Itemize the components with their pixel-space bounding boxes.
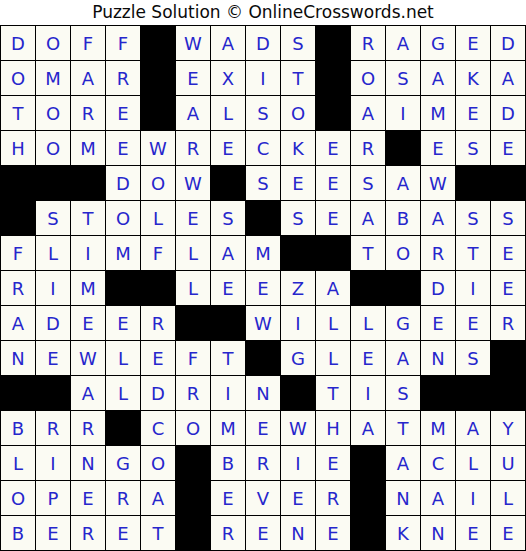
letter-cell-r5c9[interactable]: E [281,166,315,200]
puzzle-solution-page: Puzzle Solution © OnlineCrosswords.net D… [0,0,526,551]
letter-cell-r7c15[interactable]: E [491,236,525,270]
letter-cell-r2c2[interactable]: M [36,61,70,95]
letter-cell-r13c14[interactable]: L [456,446,490,480]
letter-cell-r9c5[interactable]: R [141,306,175,340]
block-cell-r8c5 [141,271,175,305]
letter-cell-r12c7[interactable]: M [211,411,245,445]
letter-cell-r12c12[interactable]: T [386,411,420,445]
block-cell-r14c11 [351,481,385,515]
letter-cell-r15c5[interactable]: T [141,516,175,550]
letter-cell-r14c5[interactable]: A [141,481,175,515]
letter-cell-r4c15[interactable]: E [491,131,525,165]
letter-cell-r15c10[interactable]: E [316,516,350,550]
letter-cell-r13c2[interactable]: I [36,446,70,480]
letter-cell-r2c12[interactable]: S [386,61,420,95]
letter-cell-r7c2[interactable]: L [36,236,70,270]
letter-cell-r14c12[interactable]: N [386,481,420,515]
letter-cell-r6c9[interactable]: S [281,201,315,235]
block-cell-r1c10 [316,26,350,60]
letter-cell-r9c11[interactable]: L [351,306,385,340]
letter-cell-r2c9[interactable]: T [281,61,315,95]
letter-cell-r4c7[interactable]: E [211,131,245,165]
letter-cell-r5c4[interactable]: D [106,166,140,200]
letter-cell-r3c4[interactable]: E [106,96,140,130]
letter-cell-r9c12[interactable]: G [386,306,420,340]
letter-cell-r2c1[interactable]: O [1,61,35,95]
letter-cell-r6c13[interactable]: A [421,201,455,235]
letter-cell-r13c12[interactable]: A [386,446,420,480]
letter-cell-r5c12[interactable]: A [386,166,420,200]
letter-cell-r7c3[interactable]: I [71,236,105,270]
letter-cell-r15c2[interactable]: E [36,516,70,550]
block-cell-r7c9 [281,236,315,270]
letter-cell-r7c5[interactable]: F [141,236,175,270]
letter-cell-r13c10[interactable]: E [316,446,350,480]
letter-cell-r12c13[interactable]: M [421,411,455,445]
block-cell-r8c4 [106,271,140,305]
letter-cell-r10c13[interactable]: N [421,341,455,375]
letter-cell-r14c10[interactable]: R [316,481,350,515]
letter-cell-r11c7[interactable]: I [211,376,245,410]
letter-cell-r9c8[interactable]: W [246,306,280,340]
letter-cell-r15c7[interactable]: R [211,516,245,550]
letter-cell-r6c3[interactable]: T [71,201,105,235]
letter-cell-r6c7[interactable]: S [211,201,245,235]
letter-cell-r12c3[interactable]: R [71,411,105,445]
letter-cell-r13c13[interactable]: C [421,446,455,480]
block-cell-r6c8 [246,201,280,235]
block-cell-r2c10 [316,61,350,95]
letter-cell-r7c4[interactable]: M [106,236,140,270]
letter-cell-r13c9[interactable]: I [281,446,315,480]
letter-cell-r10c12[interactable]: A [386,341,420,375]
letter-cell-r6c5[interactable]: L [141,201,175,235]
letter-cell-r12c6[interactable]: O [176,411,210,445]
letter-cell-r12c9[interactable]: W [281,411,315,445]
letter-cell-r2c15[interactable]: A [491,61,525,95]
letter-cell-r9c13[interactable]: E [421,306,455,340]
letter-cell-r12c2[interactable]: R [36,411,70,445]
letter-cell-r5c13[interactable]: W [421,166,455,200]
letter-cell-r3c15[interactable]: D [491,96,525,130]
letter-cell-r2c11[interactable]: O [351,61,385,95]
letter-cell-r1c7[interactable]: A [211,26,245,60]
letter-cell-r9c14[interactable]: E [456,306,490,340]
letter-cell-r1c3[interactable]: F [71,26,105,60]
letter-cell-r15c8[interactable]: E [246,516,280,550]
letter-cell-r12c14[interactable]: A [456,411,490,445]
letter-cell-r3c9[interactable]: O [281,96,315,130]
letter-cell-r13c3[interactable]: N [71,446,105,480]
block-cell-r4c12 [386,131,420,165]
letter-cell-r14c15[interactable]: L [491,481,525,515]
block-cell-r11c9 [281,376,315,410]
letter-cell-r1c13[interactable]: G [421,26,455,60]
letter-cell-r9c9[interactable]: I [281,306,315,340]
letter-cell-r8c3[interactable]: M [71,271,105,305]
letter-cell-r2c14[interactable]: K [456,61,490,95]
letter-cell-r10c1[interactable]: N [1,341,35,375]
letter-cell-r14c7[interactable]: E [211,481,245,515]
block-cell-r5c15 [491,166,525,200]
letter-cell-r12c1[interactable]: B [1,411,35,445]
letter-cell-r4c6[interactable]: R [176,131,210,165]
letter-cell-r15c12[interactable]: K [386,516,420,550]
block-cell-r5c3 [71,166,105,200]
letter-cell-r1c11[interactable]: R [351,26,385,60]
block-cell-r5c7 [211,166,245,200]
letter-cell-r7c8[interactable]: M [246,236,280,270]
block-cell-r7c10 [316,236,350,270]
letter-cell-r6c14[interactable]: S [456,201,490,235]
block-cell-r14c6 [176,481,210,515]
block-cell-r13c6 [176,446,210,480]
letter-cell-r14c13[interactable]: A [421,481,455,515]
letter-cell-r13c1[interactable]: L [1,446,35,480]
letter-cell-r2c3[interactable]: A [71,61,105,95]
letter-cell-r3c7[interactable]: L [211,96,245,130]
letter-cell-r14c8[interactable]: V [246,481,280,515]
letter-cell-r6c10[interactable]: E [316,201,350,235]
letter-cell-r10c4[interactable]: L [106,341,140,375]
letter-cell-r7c7[interactable]: A [211,236,245,270]
letter-cell-r11c4[interactable]: L [106,376,140,410]
letter-cell-r6c4[interactable]: O [106,201,140,235]
block-cell-r11c1 [1,376,35,410]
letter-cell-r4c9[interactable]: K [281,131,315,165]
letter-cell-r11c8[interactable]: N [246,376,280,410]
letter-cell-r7c11[interactable]: T [351,236,385,270]
letter-cell-r15c3[interactable]: R [71,516,105,550]
letter-cell-r4c3[interactable]: M [71,131,105,165]
letter-cell-r3c2[interactable]: O [36,96,70,130]
letter-cell-r9c4[interactable]: E [106,306,140,340]
letter-cell-r10c3[interactable]: W [71,341,105,375]
letter-cell-r12c11[interactable]: A [351,411,385,445]
letter-cell-r15c1[interactable]: B [1,516,35,550]
letter-cell-r1c12[interactable]: A [386,26,420,60]
letter-cell-r13c8[interactable]: R [246,446,280,480]
block-cell-r8c12 [386,271,420,305]
letter-cell-r14c4[interactable]: R [106,481,140,515]
letter-cell-r15c14[interactable]: E [456,516,490,550]
letter-cell-r11c5[interactable]: D [141,376,175,410]
letter-cell-r1c1[interactable]: D [1,26,35,60]
letter-cell-r7c6[interactable]: L [176,236,210,270]
block-cell-r10c15 [491,341,525,375]
block-cell-r11c14 [456,376,490,410]
letter-cell-r4c14[interactable]: S [456,131,490,165]
letter-cell-r5c8[interactable]: S [246,166,280,200]
letter-cell-r13c7[interactable]: B [211,446,245,480]
letter-cell-r6c2[interactable]: S [36,201,70,235]
block-cell-r10c8 [246,341,280,375]
letter-cell-r4c10[interactable]: E [316,131,350,165]
block-cell-r2c5 [141,61,175,95]
letter-cell-r14c9[interactable]: E [281,481,315,515]
block-cell-r5c14 [456,166,490,200]
block-cell-r8c11 [351,271,385,305]
letter-cell-r9c15[interactable]: R [491,306,525,340]
letter-cell-r10c14[interactable]: S [456,341,490,375]
letter-cell-r8c8[interactable]: E [246,271,280,305]
block-cell-r3c5 [141,96,175,130]
block-cell-r3c10 [316,96,350,130]
letter-cell-r13c5[interactable]: O [141,446,175,480]
letter-cell-r10c7[interactable]: T [211,341,245,375]
letter-cell-r7c14[interactable]: T [456,236,490,270]
letter-cell-r15c4[interactable]: E [106,516,140,550]
crossword-grid: DOFFWADSRAGEDOMAREXITOSAKATOREALSOAIMEDH… [0,25,526,551]
letter-cell-r3c3[interactable]: R [71,96,105,130]
block-cell-r15c11 [351,516,385,550]
letter-cell-r4c5[interactable]: W [141,131,175,165]
letter-cell-r4c13[interactable]: E [421,131,455,165]
letter-cell-r14c1[interactable]: O [1,481,35,515]
letter-cell-r1c6[interactable]: W [176,26,210,60]
letter-cell-r10c10[interactable]: L [316,341,350,375]
block-cell-r5c1 [1,166,35,200]
letter-cell-r11c10[interactable]: T [316,376,350,410]
letter-cell-r12c8[interactable]: E [246,411,280,445]
letter-cell-r1c14[interactable]: E [456,26,490,60]
letter-cell-r9c2[interactable]: D [36,306,70,340]
letter-cell-r10c11[interactable]: E [351,341,385,375]
letter-cell-r2c7[interactable]: X [211,61,245,95]
letter-cell-r5c11[interactable]: S [351,166,385,200]
letter-cell-r1c4[interactable]: F [106,26,140,60]
letter-cell-r1c8[interactable]: D [246,26,280,60]
letter-cell-r4c11[interactable]: R [351,131,385,165]
letter-cell-r5c10[interactable]: E [316,166,350,200]
letter-cell-r10c6[interactable]: F [176,341,210,375]
letter-cell-r8c13[interactable]: D [421,271,455,305]
letter-cell-r3c6[interactable]: A [176,96,210,130]
letter-cell-r2c8[interactable]: I [246,61,280,95]
letter-cell-r12c15[interactable]: Y [491,411,525,445]
letter-cell-r3c8[interactable]: S [246,96,280,130]
letter-cell-r6c15[interactable]: S [491,201,525,235]
letter-cell-r9c10[interactable]: L [316,306,350,340]
letter-cell-r6c11[interactable]: A [351,201,385,235]
letter-cell-r3c14[interactable]: E [456,96,490,130]
letter-cell-r10c2[interactable]: E [36,341,70,375]
letter-cell-r6c12[interactable]: B [386,201,420,235]
letter-cell-r9c1[interactable]: A [1,306,35,340]
letter-cell-r3c12[interactable]: I [386,96,420,130]
letter-cell-r7c12[interactable]: O [386,236,420,270]
letter-cell-r11c6[interactable]: R [176,376,210,410]
letter-cell-r12c10[interactable]: H [316,411,350,445]
block-cell-r13c11 [351,446,385,480]
block-cell-r9c6 [176,306,210,340]
letter-cell-r4c8[interactable]: C [246,131,280,165]
block-cell-r11c15 [491,376,525,410]
block-cell-r6c1 [1,201,35,235]
letter-cell-r8c7[interactable]: E [211,271,245,305]
letter-cell-r8c9[interactable]: Z [281,271,315,305]
letter-cell-r4c1[interactable]: H [1,131,35,165]
letter-cell-r15c13[interactable]: N [421,516,455,550]
letter-cell-r11c3[interactable]: A [71,376,105,410]
letter-cell-r10c5[interactable]: E [141,341,175,375]
letter-cell-r3c13[interactable]: M [421,96,455,130]
block-cell-r11c2 [36,376,70,410]
letter-cell-r12c5[interactable]: C [141,411,175,445]
page-title: Puzzle Solution © OnlineCrosswords.net [0,0,526,25]
letter-cell-r6c6[interactable]: E [176,201,210,235]
letter-cell-r1c15[interactable]: D [491,26,525,60]
letter-cell-r2c6[interactable]: E [176,61,210,95]
letter-cell-r2c4[interactable]: R [106,61,140,95]
letter-cell-r5c6[interactable]: W [176,166,210,200]
letter-cell-r8c6[interactable]: L [176,271,210,305]
block-cell-r1c5 [141,26,175,60]
letter-cell-r3c1[interactable]: T [1,96,35,130]
block-cell-r12c4 [106,411,140,445]
letter-cell-r1c9[interactable]: S [281,26,315,60]
letter-cell-r7c13[interactable]: R [421,236,455,270]
letter-cell-r8c14[interactable]: I [456,271,490,305]
letter-cell-r14c3[interactable]: E [71,481,105,515]
letter-cell-r3c11[interactable]: A [351,96,385,130]
letter-cell-r2c13[interactable]: A [421,61,455,95]
letter-cell-r15c15[interactable]: E [491,516,525,550]
letter-cell-r7c1[interactable]: F [1,236,35,270]
letter-cell-r8c1[interactable]: R [1,271,35,305]
letter-cell-r15c9[interactable]: N [281,516,315,550]
block-cell-r9c7 [211,306,245,340]
letter-cell-r5c5[interactable]: O [141,166,175,200]
letter-cell-r4c2[interactable]: O [36,131,70,165]
letter-cell-r10c9[interactable]: G [281,341,315,375]
letter-cell-r8c10[interactable]: A [316,271,350,305]
letter-cell-r11c12[interactable]: S [386,376,420,410]
letter-cell-r13c15[interactable]: U [491,446,525,480]
block-cell-r5c2 [36,166,70,200]
block-cell-r11c13 [421,376,455,410]
letter-cell-r4c4[interactable]: E [106,131,140,165]
block-cell-r15c6 [176,516,210,550]
letter-cell-r9c3[interactable]: E [71,306,105,340]
letter-cell-r13c4[interactable]: G [106,446,140,480]
letter-cell-r14c2[interactable]: P [36,481,70,515]
letter-cell-r8c15[interactable]: E [491,271,525,305]
letter-cell-r11c11[interactable]: I [351,376,385,410]
letter-cell-r1c2[interactable]: O [36,26,70,60]
letter-cell-r14c14[interactable]: I [456,481,490,515]
letter-cell-r8c2[interactable]: I [36,271,70,305]
